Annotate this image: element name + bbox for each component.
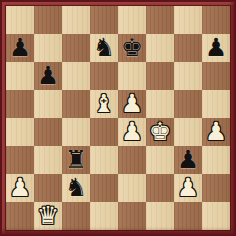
square-g5[interactable] — [174, 90, 202, 118]
square-a6[interactable] — [6, 62, 34, 90]
square-d7[interactable]: ♞ — [90, 34, 118, 62]
square-e8[interactable] — [118, 6, 146, 34]
square-b5[interactable] — [34, 90, 62, 118]
black-knight: ♞ — [93, 35, 115, 60]
square-a5[interactable] — [6, 90, 34, 118]
square-c8[interactable] — [62, 6, 90, 34]
white-queen: ♛ — [37, 203, 59, 228]
square-d5[interactable]: ♝ — [90, 90, 118, 118]
square-a4[interactable] — [6, 118, 34, 146]
square-a1[interactable] — [6, 202, 34, 230]
black-knight: ♞ — [65, 175, 87, 200]
square-b8[interactable] — [34, 6, 62, 34]
white-pawn: ♟ — [177, 175, 199, 200]
square-d6[interactable] — [90, 62, 118, 90]
square-f1[interactable] — [146, 202, 174, 230]
square-f5[interactable] — [146, 90, 174, 118]
square-h7[interactable]: ♟ — [202, 34, 230, 62]
square-b1[interactable]: ♛ — [34, 202, 62, 230]
black-king: ♚ — [121, 35, 143, 60]
square-f7[interactable] — [146, 34, 174, 62]
square-b6[interactable]: ♟ — [34, 62, 62, 90]
square-c2[interactable]: ♞ — [62, 174, 90, 202]
square-b2[interactable] — [34, 174, 62, 202]
square-e7[interactable]: ♚ — [118, 34, 146, 62]
white-pawn: ♟ — [121, 91, 143, 116]
black-rook: ♜ — [65, 147, 87, 172]
square-g7[interactable] — [174, 34, 202, 62]
square-c5[interactable] — [62, 90, 90, 118]
square-g8[interactable] — [174, 6, 202, 34]
square-c7[interactable] — [62, 34, 90, 62]
square-h6[interactable] — [202, 62, 230, 90]
square-c3[interactable]: ♜ — [62, 146, 90, 174]
square-a7[interactable]: ♟ — [6, 34, 34, 62]
white-king: ♚ — [149, 119, 171, 144]
square-e5[interactable]: ♟ — [118, 90, 146, 118]
square-b4[interactable] — [34, 118, 62, 146]
black-pawn: ♟ — [205, 35, 227, 60]
square-a2[interactable]: ♟ — [6, 174, 34, 202]
chess-board: ♟♞♚♟♟♝♟♟♚♟♜♟♟♞♟♛ — [6, 6, 230, 230]
white-bishop: ♝ — [93, 91, 115, 116]
white-pawn: ♟ — [121, 119, 143, 144]
square-g2[interactable]: ♟ — [174, 174, 202, 202]
square-b3[interactable] — [34, 146, 62, 174]
square-d8[interactable] — [90, 6, 118, 34]
square-e1[interactable] — [118, 202, 146, 230]
square-g1[interactable] — [174, 202, 202, 230]
black-pawn: ♟ — [37, 63, 59, 88]
square-g3[interactable]: ♟ — [174, 146, 202, 174]
square-g6[interactable] — [174, 62, 202, 90]
square-f4[interactable]: ♚ — [146, 118, 174, 146]
square-h1[interactable] — [202, 202, 230, 230]
square-h2[interactable] — [202, 174, 230, 202]
square-f3[interactable] — [146, 146, 174, 174]
board-frame: ♟♞♚♟♟♝♟♟♚♟♜♟♟♞♟♛ — [0, 0, 236, 236]
square-e4[interactable]: ♟ — [118, 118, 146, 146]
square-f6[interactable] — [146, 62, 174, 90]
square-c6[interactable] — [62, 62, 90, 90]
square-a8[interactable] — [6, 6, 34, 34]
square-c4[interactable] — [62, 118, 90, 146]
square-h8[interactable] — [202, 6, 230, 34]
square-h4[interactable]: ♟ — [202, 118, 230, 146]
square-d3[interactable] — [90, 146, 118, 174]
square-f8[interactable] — [146, 6, 174, 34]
square-h5[interactable] — [202, 90, 230, 118]
square-d2[interactable] — [90, 174, 118, 202]
black-pawn: ♟ — [9, 35, 31, 60]
white-pawn: ♟ — [9, 175, 31, 200]
square-c1[interactable] — [62, 202, 90, 230]
square-b7[interactable] — [34, 34, 62, 62]
square-e2[interactable] — [118, 174, 146, 202]
square-f2[interactable] — [146, 174, 174, 202]
black-pawn: ♟ — [177, 147, 199, 172]
square-a3[interactable] — [6, 146, 34, 174]
square-d4[interactable] — [90, 118, 118, 146]
square-g4[interactable] — [174, 118, 202, 146]
square-h3[interactable] — [202, 146, 230, 174]
square-d1[interactable] — [90, 202, 118, 230]
square-e3[interactable] — [118, 146, 146, 174]
white-pawn: ♟ — [205, 119, 227, 144]
square-e6[interactable] — [118, 62, 146, 90]
